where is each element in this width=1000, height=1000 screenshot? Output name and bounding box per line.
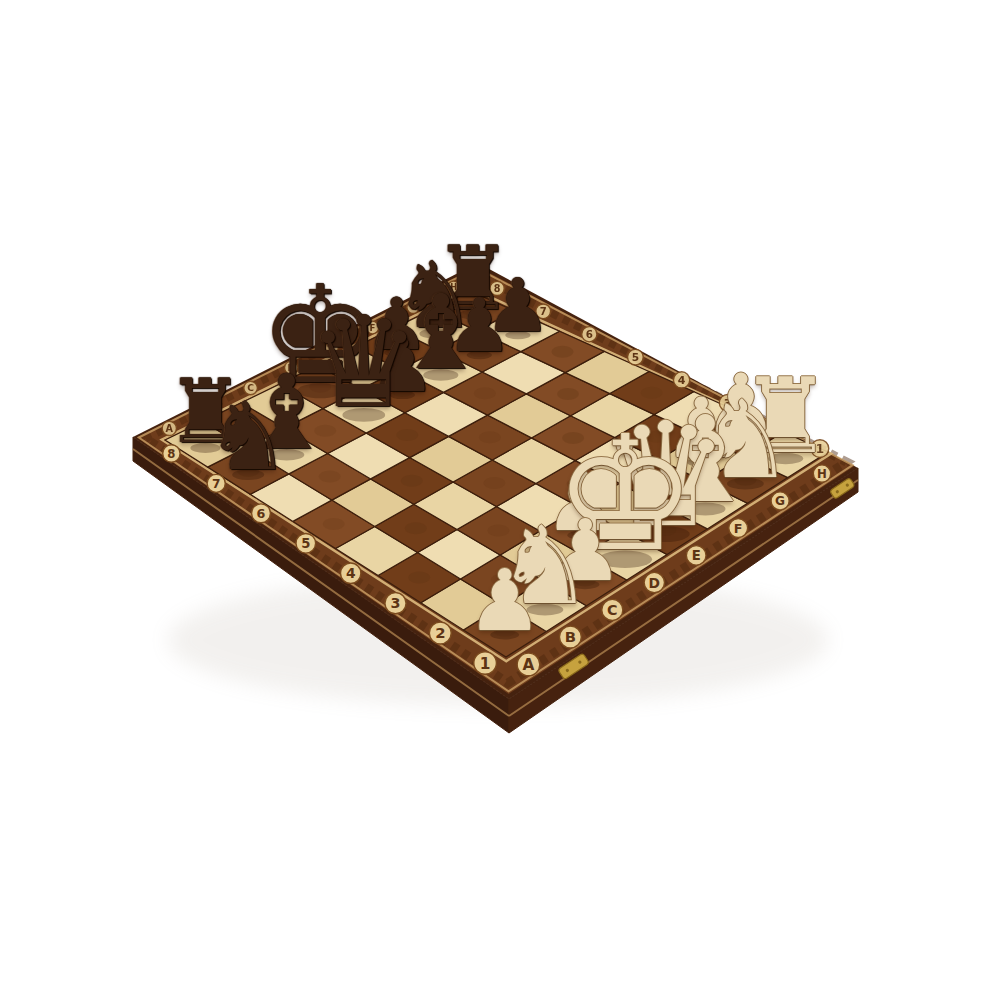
piece-shadow — [598, 551, 652, 568]
file-label-H: H — [813, 465, 830, 482]
svg-text:7: 7 — [540, 306, 547, 317]
rank-label-back-3: 3 — [719, 394, 736, 411]
rank-label-3: 3 — [385, 593, 406, 614]
svg-text:B: B — [565, 628, 576, 645]
svg-text:E: E — [692, 548, 701, 563]
piece-shadow — [232, 470, 264, 480]
svg-text:C: C — [607, 602, 618, 618]
rank-label-5: 5 — [296, 533, 316, 553]
svg-text:7: 7 — [212, 477, 220, 491]
file-label-D: D — [644, 572, 664, 592]
piece-shadow — [641, 526, 690, 542]
square-grain — [650, 477, 672, 489]
svg-text:C: C — [247, 382, 254, 393]
square-grain — [319, 471, 341, 483]
svg-text:4: 4 — [346, 565, 356, 581]
svg-text:3: 3 — [391, 595, 401, 611]
svg-text:2: 2 — [770, 419, 778, 433]
piece-shadow — [342, 408, 385, 422]
piece-shadow — [467, 351, 492, 359]
file-label-back-C: C — [244, 381, 258, 395]
file-label-G: G — [771, 492, 789, 510]
square-grain — [408, 572, 430, 584]
svg-text:8: 8 — [494, 283, 501, 294]
square-grain — [641, 387, 663, 399]
chessboard: 12345678ABCDEFGHABCDEFGH12345678 — [0, 0, 1000, 1000]
svg-text:5: 5 — [301, 536, 310, 551]
rank-label-2: 2 — [429, 622, 451, 644]
rank-label-4: 4 — [341, 563, 361, 583]
rank-label-back-4: 4 — [673, 372, 689, 388]
svg-text:B: B — [206, 403, 213, 414]
square-grain — [562, 432, 584, 444]
piece-shadow — [687, 458, 715, 467]
rank-label-6: 6 — [252, 504, 271, 523]
svg-text:6: 6 — [586, 328, 593, 340]
square-grain — [479, 431, 501, 443]
square-grain — [487, 525, 509, 537]
svg-text:H: H — [817, 467, 827, 481]
svg-text:H: H — [450, 282, 457, 292]
square-grain — [396, 429, 418, 441]
piece-shadow — [685, 502, 725, 515]
svg-text:G: G — [410, 302, 417, 312]
file-label-A: A — [517, 653, 540, 676]
square-grain — [552, 346, 574, 358]
piece-shadow — [419, 329, 450, 339]
svg-text:A: A — [166, 423, 174, 434]
rank-label-1: 1 — [474, 652, 497, 675]
rank-label-back-5: 5 — [628, 349, 644, 365]
piece-shadow — [297, 383, 343, 398]
square-grain — [474, 387, 496, 399]
rank-label-back-1: 1 — [811, 440, 829, 458]
svg-text:3: 3 — [724, 397, 732, 410]
file-label-B: B — [559, 626, 581, 648]
svg-text:4: 4 — [678, 374, 686, 387]
piece-shadow — [423, 369, 458, 380]
piece-shadow — [269, 449, 304, 460]
svg-text:F: F — [734, 521, 743, 536]
square-grain — [314, 425, 336, 437]
file-label-back-D: D — [285, 361, 298, 374]
rank-label-8: 8 — [163, 445, 180, 462]
square-grain — [557, 388, 579, 400]
piece-shadow — [490, 630, 519, 639]
rank-label-back-2: 2 — [765, 417, 782, 434]
piece-shadow — [190, 443, 220, 453]
square-grain — [323, 518, 345, 530]
rank-label-back-6: 6 — [582, 327, 597, 342]
rank-label-7: 7 — [207, 474, 225, 492]
file-label-back-G: G — [407, 301, 419, 313]
piece-shadow — [390, 391, 415, 399]
file-label-F: F — [729, 519, 748, 538]
piece-shadow — [727, 478, 764, 490]
svg-text:G: G — [775, 494, 785, 508]
file-label-back-E: E — [325, 341, 338, 354]
file-label-back-B: B — [203, 401, 217, 415]
svg-text:1: 1 — [480, 655, 491, 673]
piece-shadow — [458, 310, 488, 320]
piece-shadow — [567, 531, 595, 540]
svg-text:D: D — [649, 575, 660, 591]
rank-label-back-7: 7 — [536, 304, 551, 319]
file-label-back-F: F — [366, 321, 379, 334]
square-grain — [491, 574, 513, 586]
square-grain — [567, 478, 589, 490]
square-grain — [646, 431, 668, 443]
chess-set-product-photo: 12345678ABCDEFGHABCDEFGH12345678 ♟♞♟♚♛♝♞… — [0, 0, 1000, 1000]
svg-text:1: 1 — [816, 442, 824, 456]
svg-text:5: 5 — [632, 351, 639, 363]
svg-text:D: D — [287, 363, 294, 373]
file-label-back-H: H — [448, 281, 460, 293]
svg-text:F: F — [369, 323, 375, 333]
file-label-E: E — [686, 546, 706, 566]
rank-label-back-8: 8 — [490, 281, 504, 295]
svg-text:A: A — [523, 656, 535, 674]
svg-text:6: 6 — [257, 506, 266, 521]
piece-shadow — [505, 331, 530, 339]
piece-shadow — [384, 349, 409, 357]
file-label-C: C — [602, 599, 623, 620]
piece-shadow — [527, 604, 564, 616]
piece-shadow — [571, 580, 600, 589]
svg-text:8: 8 — [167, 447, 175, 461]
square-grain — [401, 475, 423, 487]
square-grain — [233, 419, 255, 431]
file-label-back-A: A — [162, 421, 176, 435]
svg-text:E: E — [329, 343, 335, 353]
piece-shadow — [727, 433, 755, 442]
piece-shadow — [768, 453, 803, 464]
svg-text:2: 2 — [435, 624, 445, 641]
square-grain — [405, 522, 427, 534]
square-grain — [483, 477, 505, 489]
